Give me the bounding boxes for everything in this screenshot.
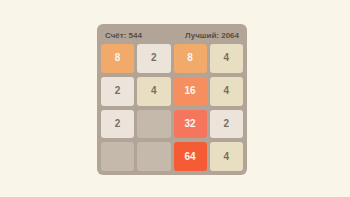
tile-2: 2 — [101, 77, 134, 106]
score-display: Счёт: 544 — [105, 31, 142, 40]
empty-cell — [137, 142, 170, 171]
tile-grid: 8284241642322644 — [97, 44, 247, 175]
empty-cell — [137, 110, 170, 139]
score-label: Счёт: — [105, 31, 126, 40]
best-score-display: Лучший: 2064 — [185, 31, 239, 40]
tile-4: 4 — [210, 142, 243, 171]
tile-8: 8 — [174, 44, 207, 73]
tile-4: 4 — [210, 44, 243, 73]
best-value: 2064 — [221, 31, 239, 40]
tile-2: 2 — [210, 110, 243, 139]
empty-cell — [101, 142, 134, 171]
game-board[interactable]: Счёт: 544 Лучший: 2064 8284241642322644 — [97, 24, 247, 175]
tile-2: 2 — [101, 110, 134, 139]
tile-64: 64 — [174, 142, 207, 171]
score-value: 544 — [129, 31, 142, 40]
tile-32: 32 — [174, 110, 207, 139]
tile-2: 2 — [137, 44, 170, 73]
tile-16: 16 — [174, 77, 207, 106]
best-label: Лучший: — [185, 31, 219, 40]
tile-4: 4 — [210, 77, 243, 106]
tile-8: 8 — [101, 44, 134, 73]
tile-4: 4 — [137, 77, 170, 106]
score-bar: Счёт: 544 Лучший: 2064 — [97, 24, 247, 44]
